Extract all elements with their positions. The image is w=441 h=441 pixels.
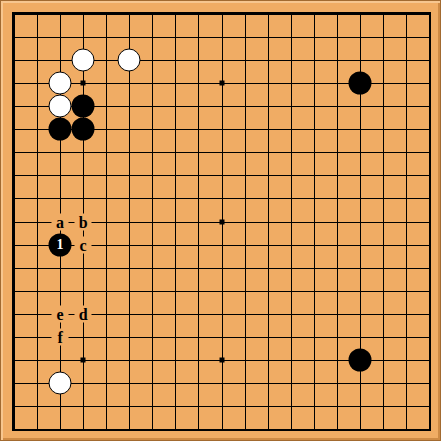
- star-point: [219, 81, 224, 86]
- point-label-d[interactable]: d: [75, 305, 92, 322]
- point-label-e[interactable]: e: [52, 305, 69, 322]
- star-point: [219, 357, 224, 362]
- white-stone-D17[interactable]: [72, 49, 95, 72]
- black-stone-Q16[interactable]: [348, 72, 371, 95]
- move-1-stone-C9[interactable]: 1: [49, 233, 72, 256]
- black-stone-C14[interactable]: [49, 118, 72, 141]
- white-stone-C15[interactable]: [49, 95, 72, 118]
- go-board: abcedf1: [0, 0, 441, 441]
- star-point: [81, 81, 86, 86]
- black-stone-D14[interactable]: [72, 118, 95, 141]
- board-points-layer: abcedf1: [14, 14, 429, 429]
- white-stone-C3[interactable]: [49, 371, 72, 394]
- point-label-c[interactable]: c: [75, 236, 92, 253]
- white-stone-C16[interactable]: [49, 72, 72, 95]
- point-label-a[interactable]: a: [52, 213, 69, 230]
- point-label-b[interactable]: b: [75, 213, 92, 230]
- point-label-f[interactable]: f: [52, 328, 69, 345]
- white-stone-F17[interactable]: [118, 49, 141, 72]
- star-point: [81, 357, 86, 362]
- star-point: [219, 219, 224, 224]
- black-stone-D15[interactable]: [72, 95, 95, 118]
- black-stone-Q4[interactable]: [348, 348, 371, 371]
